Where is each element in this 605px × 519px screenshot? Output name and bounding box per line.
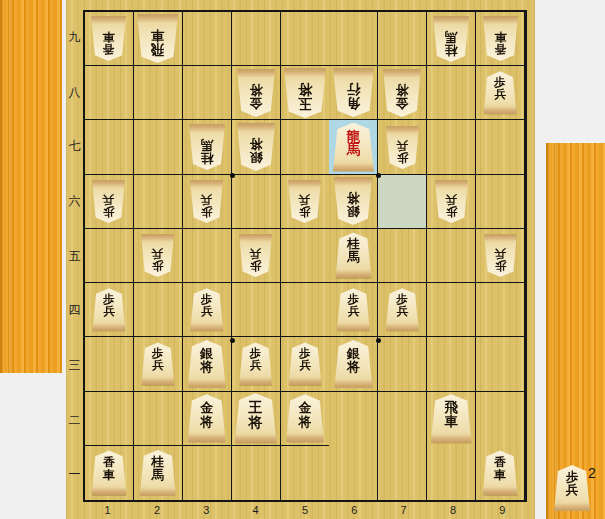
square-8-4[interactable] [427,283,476,337]
piece-pawn-sente[interactable]: 歩兵 [386,126,419,169]
square-6-2[interactable] [329,392,378,446]
square-6-4[interactable]: 歩兵 [329,283,378,337]
square-4-1[interactable] [232,446,281,500]
square-9-8[interactable]: 歩兵 [476,66,525,120]
piece-lance-gote[interactable]: 香車 [483,450,518,495]
star-point [230,338,235,343]
square-3-8[interactable] [183,66,232,120]
piece-bishop-sente[interactable]: 角行 [333,68,374,117]
square-5-5[interactable] [281,229,330,283]
square-3-6[interactable]: 歩兵 [183,175,232,229]
square-2-9[interactable]: 飛車 [134,12,183,66]
piece-gold-sente[interactable]: 金将 [237,69,275,117]
piece-rook-gote[interactable]: 飛車 [431,394,472,443]
board-grid: 香車飛車桂馬香車金将玉将角行金将歩兵桂馬銀将龍馬歩兵歩兵歩兵歩兵銀将歩兵歩兵歩兵… [83,10,527,502]
square-6-9[interactable] [329,12,378,66]
piece-pawn-gote[interactable]: 歩兵 [141,342,174,385]
piece-pawn-sente[interactable]: 歩兵 [484,234,517,277]
piece-knight-sente[interactable]: 桂馬 [189,124,225,170]
file-label: 2 [132,502,181,518]
square-2-4[interactable] [134,283,183,337]
star-point [230,173,235,178]
square-6-6[interactable]: 銀将 [329,175,378,229]
square-5-4[interactable] [281,283,330,337]
square-9-5[interactable]: 歩兵 [476,229,525,283]
square-1-3[interactable] [85,337,134,391]
square-2-5[interactable]: 歩兵 [134,229,183,283]
square-6-5[interactable]: 桂馬 [329,229,378,283]
piece-horse-gote[interactable]: 龍馬 [333,123,374,172]
file-label: 1 [83,502,132,518]
file-label: 3 [182,502,231,518]
piece-pawn-sente[interactable]: 歩兵 [190,180,223,223]
square-4-3[interactable]: 歩兵 [232,337,281,391]
square-9-4[interactable] [476,283,525,337]
square-2-2[interactable] [134,392,183,446]
piece-king-gote[interactable]: 王将 [235,393,277,443]
file-label: 9 [478,502,527,518]
square-8-1[interactable] [427,446,476,500]
piece-silver-gote[interactable]: 銀将 [334,340,372,388]
square-5-1[interactable] [281,446,330,500]
square-7-5[interactable] [378,229,427,283]
square-4-2[interactable]: 王将 [232,392,281,446]
rank-label: 四 [67,283,82,338]
square-9-3[interactable] [476,337,525,391]
square-7-2[interactable] [378,392,427,446]
square-6-7[interactable]: 龍馬 [329,120,378,174]
star-point [376,338,381,343]
square-9-1[interactable]: 香車 [476,446,525,500]
piece-gold-sente[interactable]: 金将 [383,69,421,117]
rank-label: 二 [67,393,82,448]
piece-lance-sente[interactable]: 香車 [91,16,126,61]
file-label: 5 [280,502,329,518]
square-5-3[interactable]: 歩兵 [281,337,330,391]
rank-labels: 九八七六五四三二一 [67,10,82,502]
piece-rook-sente[interactable]: 飛車 [137,14,178,63]
rank-label: 六 [67,174,82,229]
square-2-1[interactable]: 桂馬 [134,446,183,500]
square-9-2[interactable] [476,392,525,446]
square-4-6[interactable] [232,175,281,229]
piece-gold-gote[interactable]: 金将 [286,394,324,442]
square-5-6[interactable]: 歩兵 [281,175,330,229]
hand-piece-count: 2 [588,465,596,481]
square-7-6[interactable] [378,175,427,229]
piece-pawn-sente[interactable]: 歩兵 [141,234,174,277]
piece-silver-sente[interactable]: 銀将 [334,177,372,225]
square-2-8[interactable] [134,66,183,120]
rank-label: 九 [67,10,82,65]
square-9-6[interactable] [476,175,525,229]
piece-pawn-gote[interactable]: 歩兵 [288,342,321,385]
star-point [376,173,381,178]
square-1-2[interactable] [85,392,134,446]
square-9-9[interactable]: 香車 [476,12,525,66]
square-2-7[interactable] [134,120,183,174]
square-4-8[interactable]: 金将 [232,66,281,120]
piece-lance-sente[interactable]: 香車 [483,16,518,61]
square-8-2[interactable]: 飛車 [427,392,476,446]
piece-knight-gote[interactable]: 桂馬 [140,450,176,496]
piece-pawn-gote[interactable]: 歩兵 [239,342,272,385]
piece-king-sente[interactable]: 玉将 [284,68,326,118]
square-3-9[interactable] [183,12,232,66]
piece-pawn-sente[interactable]: 歩兵 [239,234,272,277]
square-2-3[interactable]: 歩兵 [134,337,183,391]
square-5-9[interactable] [281,12,330,66]
piece-pawn-gote[interactable]: 歩兵 [92,288,125,331]
square-5-7[interactable] [281,120,330,174]
piece-pawn-gote[interactable]: 歩兵 [386,288,419,331]
square-7-4[interactable]: 歩兵 [378,283,427,337]
rank-label: 七 [67,119,82,174]
square-7-7[interactable]: 歩兵 [378,120,427,174]
square-4-5[interactable]: 歩兵 [232,229,281,283]
piece-pawn-sente[interactable]: 歩兵 [435,180,468,223]
piece-pawn-sente[interactable]: 歩兵 [92,180,125,223]
square-3-4[interactable]: 歩兵 [183,283,232,337]
rank-label: 一 [67,447,82,502]
square-5-8[interactable]: 玉将 [281,66,330,120]
rank-label: 三 [67,338,82,393]
square-8-9[interactable]: 桂馬 [427,12,476,66]
piece-pawn-gote[interactable]: 歩兵 [190,288,223,331]
square-8-6[interactable]: 歩兵 [427,175,476,229]
square-7-3[interactable] [378,337,427,391]
komadai-sente-hand[interactable] [0,0,62,373]
square-7-9[interactable] [378,12,427,66]
piece-silver-gote[interactable]: 銀将 [188,340,226,388]
square-4-4[interactable] [232,283,281,337]
piece-gold-gote[interactable]: 金将 [188,394,226,442]
square-6-8[interactable]: 角行 [329,66,378,120]
square-1-5[interactable] [85,229,134,283]
square-8-8[interactable] [427,66,476,120]
square-1-7[interactable] [85,120,134,174]
file-labels: 123456789 [83,502,527,518]
square-4-9[interactable] [232,12,281,66]
piece-pawn-gote[interactable]: 歩兵 [337,288,370,331]
square-1-4[interactable]: 歩兵 [85,283,134,337]
square-3-1[interactable] [183,446,232,500]
square-3-7[interactable]: 桂馬 [183,120,232,174]
square-3-5[interactable] [183,229,232,283]
square-8-7[interactable] [427,120,476,174]
piece-knight-sente[interactable]: 桂馬 [433,16,469,62]
piece-knight-gote[interactable]: 桂馬 [335,232,371,278]
piece-pawn-gote[interactable]: 歩兵 [484,71,517,114]
rank-label: 五 [67,229,82,284]
file-label: 7 [379,502,428,518]
file-label: 6 [330,502,379,518]
square-5-2[interactable]: 金将 [281,392,330,446]
square-9-7[interactable] [476,120,525,174]
square-3-3[interactable]: 銀将 [183,337,232,391]
square-1-6[interactable]: 歩兵 [85,175,134,229]
square-2-6[interactable] [134,175,183,229]
square-7-8[interactable]: 金将 [378,66,427,120]
square-6-1[interactable] [329,446,378,500]
square-8-5[interactable] [427,229,476,283]
square-1-8[interactable] [85,66,134,120]
square-3-2[interactable]: 金将 [183,392,232,446]
file-label: 4 [231,502,280,518]
square-4-7[interactable]: 銀将 [232,120,281,174]
piece-lance-gote[interactable]: 香車 [91,450,126,495]
hand-piece-pawn[interactable]: 歩兵 [554,465,590,511]
file-label: 8 [428,502,477,518]
komadai-gote-hand[interactable]: 歩兵 2 [546,143,605,519]
square-8-3[interactable] [427,337,476,391]
square-1-1[interactable]: 香車 [85,446,134,500]
shogi-board: 九八七六五四三二一 香車飛車桂馬香車金将玉将角行金将歩兵桂馬銀将龍馬歩兵歩兵歩兵… [66,0,535,519]
square-1-9[interactable]: 香車 [85,12,134,66]
rank-label: 八 [67,65,82,120]
piece-pawn-sente[interactable]: 歩兵 [288,180,321,223]
square-6-3[interactable]: 銀将 [329,337,378,391]
piece-silver-sente[interactable]: 銀将 [237,123,275,171]
square-7-1[interactable] [378,446,427,500]
